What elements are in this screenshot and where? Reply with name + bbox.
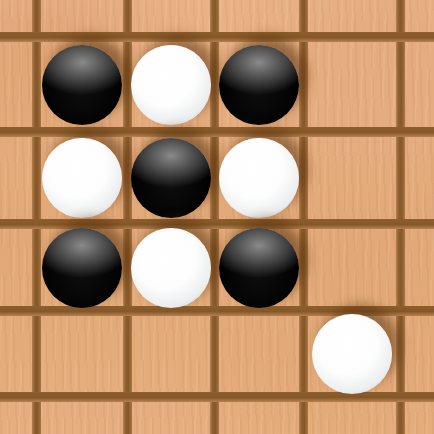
stone-black <box>219 45 299 125</box>
stone-white <box>219 138 299 218</box>
grid-line-vertical <box>123 0 132 434</box>
grid-line-vertical <box>210 0 219 434</box>
grid-line-horizontal <box>0 219 434 229</box>
stone-white <box>131 45 211 125</box>
grid-line-horizontal <box>0 392 434 402</box>
grid-line-vertical <box>396 0 405 434</box>
stone-black <box>219 228 299 308</box>
grid-line-vertical <box>299 0 308 434</box>
stone-black <box>131 138 211 218</box>
grid-line-horizontal <box>0 32 434 42</box>
stone-black <box>42 45 122 125</box>
stone-white <box>131 228 211 308</box>
stone-black <box>42 228 122 308</box>
grid-line-horizontal <box>0 306 434 316</box>
stone-white <box>42 138 122 218</box>
game-board[interactable] <box>0 0 434 434</box>
grid-line-vertical <box>32 0 41 434</box>
stone-white <box>312 314 392 394</box>
grid-line-horizontal <box>0 127 434 137</box>
